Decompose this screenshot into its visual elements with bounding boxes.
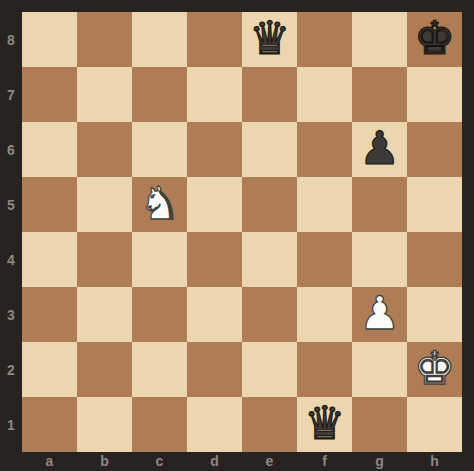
rank-label-4: 4 [0,232,22,287]
chess-app: 87654321 ♛♚♟♞♟♚♛ abcdefgh [0,0,474,471]
square-c7[interactable] [132,67,187,122]
square-e8[interactable]: ♛ [242,12,297,67]
square-g2[interactable] [352,342,407,397]
square-a2[interactable] [22,342,77,397]
file-label-d: d [187,452,242,471]
file-label-h: h [407,452,462,471]
piece-white-king[interactable]: ♚ [414,341,455,396]
square-c5[interactable]: ♞ [132,177,187,232]
file-label-e: e [242,452,297,471]
square-a6[interactable] [22,122,77,177]
square-e2[interactable] [242,342,297,397]
square-h2[interactable]: ♚ [407,342,462,397]
square-b4[interactable] [77,232,132,287]
rank-label-5: 5 [0,177,22,232]
square-c1[interactable] [132,397,187,452]
square-f4[interactable] [297,232,352,287]
rank-label-2: 2 [0,342,22,397]
square-g1[interactable] [352,397,407,452]
square-a4[interactable] [22,232,77,287]
rank-label-7: 7 [0,67,22,122]
chess-board[interactable]: ♛♚♟♞♟♚♛ [22,12,462,452]
square-g8[interactable] [352,12,407,67]
square-b1[interactable] [77,397,132,452]
square-g5[interactable] [352,177,407,232]
file-label-a: a [22,452,77,471]
square-a3[interactable] [22,287,77,342]
square-b2[interactable] [77,342,132,397]
file-label-c: c [132,452,187,471]
square-h5[interactable] [407,177,462,232]
square-d5[interactable] [187,177,242,232]
square-c6[interactable] [132,122,187,177]
square-d7[interactable] [187,67,242,122]
square-h1[interactable] [407,397,462,452]
square-d8[interactable] [187,12,242,67]
piece-black-pawn[interactable]: ♟ [359,121,400,176]
square-h7[interactable] [407,67,462,122]
rank-label-6: 6 [0,122,22,177]
square-d4[interactable] [187,232,242,287]
square-h6[interactable] [407,122,462,177]
square-a8[interactable] [22,12,77,67]
square-e3[interactable] [242,287,297,342]
square-d2[interactable] [187,342,242,397]
square-a5[interactable] [22,177,77,232]
square-h8[interactable]: ♚ [407,12,462,67]
rank-labels: 87654321 [0,12,22,452]
square-f3[interactable] [297,287,352,342]
file-label-b: b [77,452,132,471]
square-b7[interactable] [77,67,132,122]
piece-black-king[interactable]: ♚ [414,11,455,66]
square-g4[interactable] [352,232,407,287]
rank-label-3: 3 [0,287,22,342]
square-e5[interactable] [242,177,297,232]
square-f5[interactable] [297,177,352,232]
square-d3[interactable] [187,287,242,342]
square-f7[interactable] [297,67,352,122]
square-c8[interactable] [132,12,187,67]
square-e4[interactable] [242,232,297,287]
square-g7[interactable] [352,67,407,122]
square-g6[interactable]: ♟ [352,122,407,177]
square-f8[interactable] [297,12,352,67]
rank-label-1: 1 [0,397,22,452]
square-h3[interactable] [407,287,462,342]
square-a7[interactable] [22,67,77,122]
square-b8[interactable] [77,12,132,67]
file-label-g: g [352,452,407,471]
square-f1[interactable]: ♛ [297,397,352,452]
square-c4[interactable] [132,232,187,287]
square-g3[interactable]: ♟ [352,287,407,342]
square-a1[interactable] [22,397,77,452]
square-d1[interactable] [187,397,242,452]
file-label-f: f [297,452,352,471]
square-d6[interactable] [187,122,242,177]
square-c2[interactable] [132,342,187,397]
square-c3[interactable] [132,287,187,342]
square-h4[interactable] [407,232,462,287]
square-e7[interactable] [242,67,297,122]
piece-black-queen[interactable]: ♛ [304,396,345,451]
square-b5[interactable] [77,177,132,232]
piece-black-queen[interactable]: ♛ [249,11,290,66]
square-e1[interactable] [242,397,297,452]
file-labels: abcdefgh [22,452,462,471]
square-b6[interactable] [77,122,132,177]
piece-white-knight[interactable]: ♞ [139,176,180,231]
square-f2[interactable] [297,342,352,397]
square-b3[interactable] [77,287,132,342]
piece-white-pawn[interactable]: ♟ [359,286,400,341]
rank-label-8: 8 [0,12,22,67]
square-f6[interactable] [297,122,352,177]
square-e6[interactable] [242,122,297,177]
